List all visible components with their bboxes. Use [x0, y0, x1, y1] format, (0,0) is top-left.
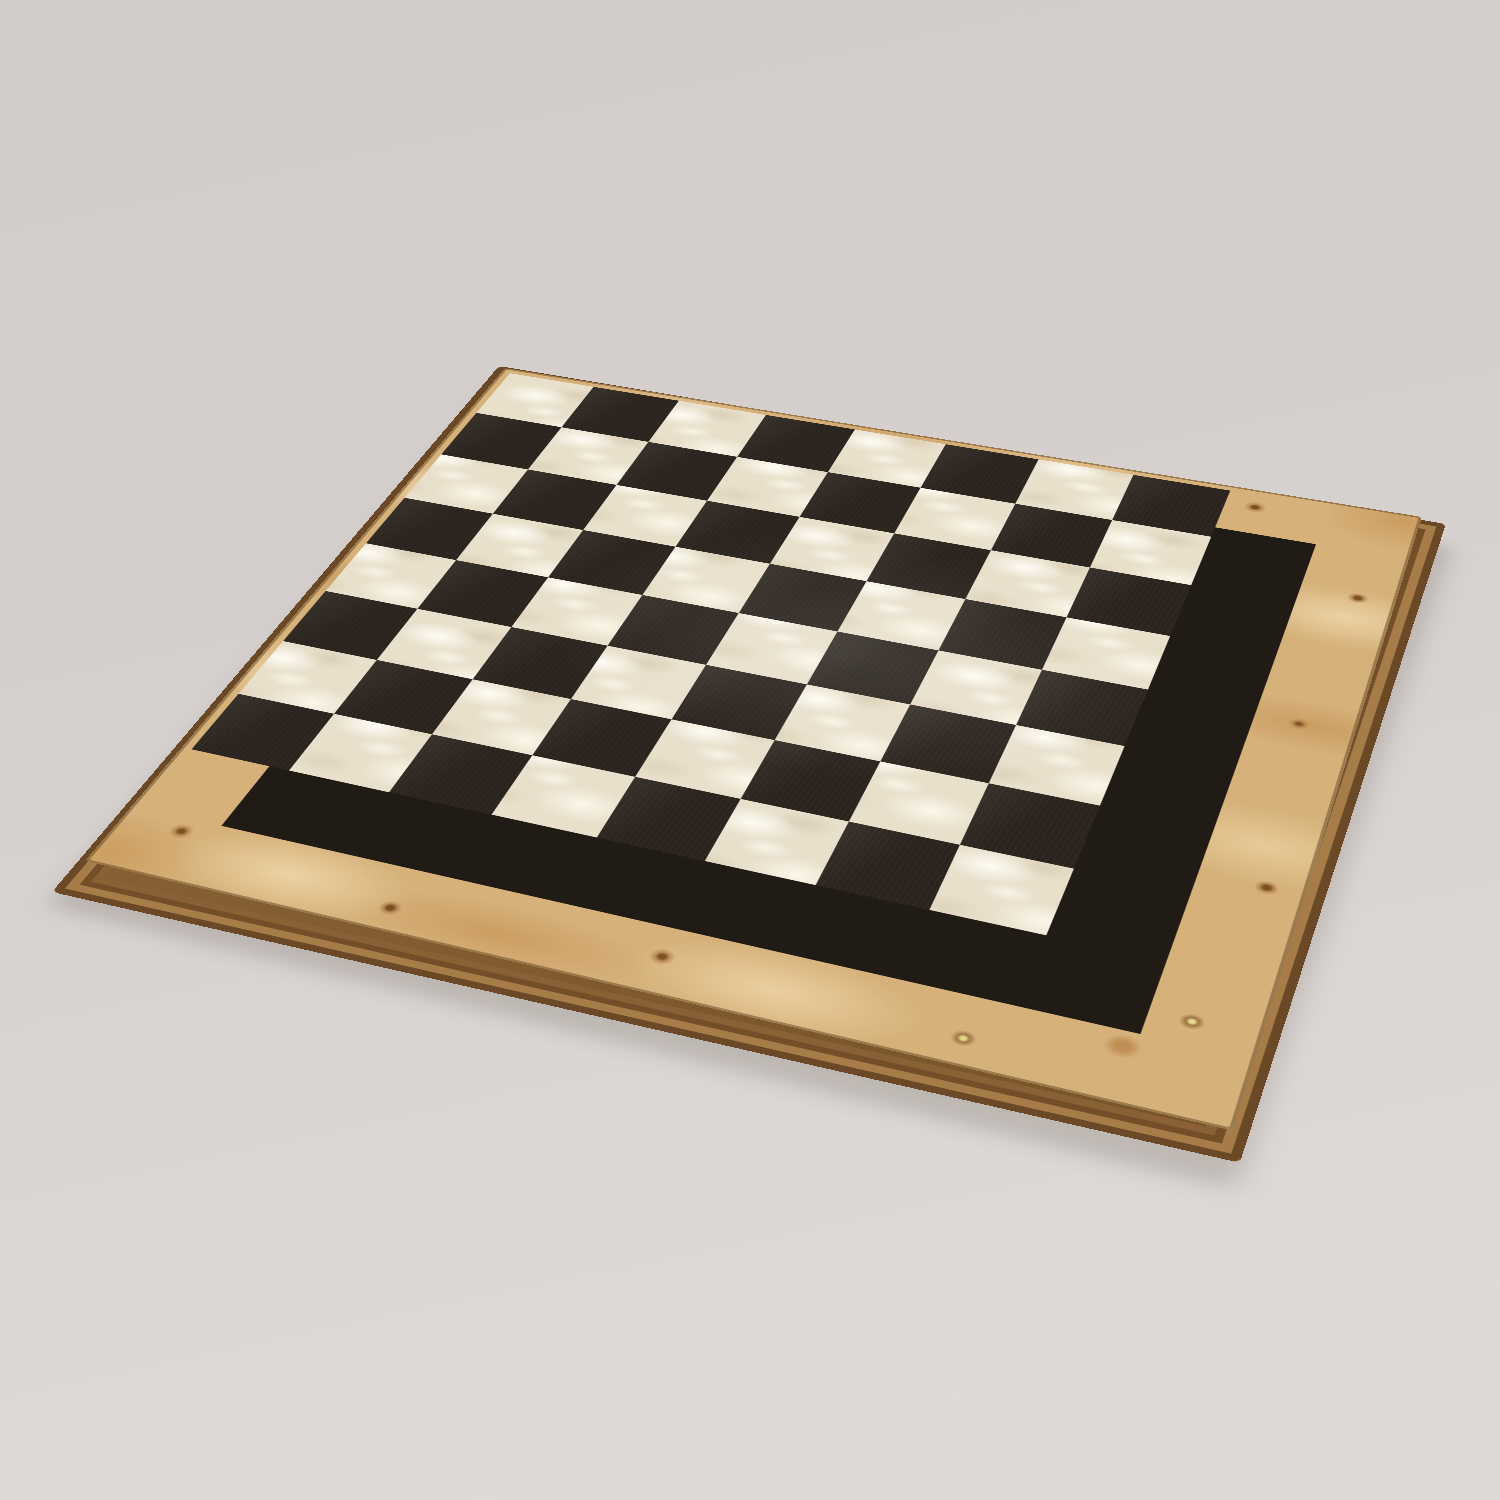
chess-board [85, 368, 1422, 1131]
photo-backdrop [0, 0, 1500, 1500]
